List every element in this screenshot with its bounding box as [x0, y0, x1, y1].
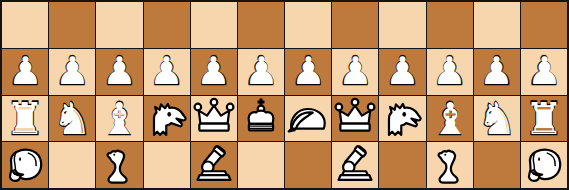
- square-g4[interactable]: [285, 2, 331, 48]
- white-pawn-icon: ♟♙: [148, 51, 185, 92]
- white-queen-icon: [333, 96, 377, 140]
- white-camel-icon: [428, 143, 472, 187]
- board: ♟♙♟♙♟♙♟♙♟♙♟♙♟♙♟♙♟♙♟♙♟♙♟♙♜♖♞♘♝♗♝♗♞♘♜♖: [0, 0, 569, 190]
- square-h3[interactable]: ♟♙: [332, 49, 378, 95]
- white-pawn-icon: ♟♙: [384, 51, 421, 92]
- white-king-icon: [239, 96, 283, 140]
- white-gryphon-icon: [145, 96, 189, 140]
- square-d4[interactable]: [144, 2, 190, 48]
- square-c2[interactable]: ♝♗: [96, 96, 142, 142]
- white-pawn-icon: ♟♙: [478, 51, 515, 92]
- square-b1[interactable]: [49, 142, 95, 188]
- white-pawn-icon: ♟♙: [431, 51, 468, 92]
- square-e2[interactable]: [191, 96, 237, 142]
- white-queen-icon: [192, 96, 236, 140]
- square-h4[interactable]: [332, 2, 378, 48]
- square-c1[interactable]: [96, 142, 142, 188]
- square-e3[interactable]: ♟♙: [191, 49, 237, 95]
- square-g1[interactable]: [285, 142, 331, 188]
- square-l3[interactable]: ♟♙: [521, 49, 567, 95]
- square-d3[interactable]: ♟♙: [144, 49, 190, 95]
- white-knight-icon: ♞♘: [476, 96, 518, 142]
- square-d1[interactable]: [144, 142, 190, 188]
- square-j4[interactable]: [427, 2, 473, 48]
- white-elephant-icon: [522, 143, 566, 187]
- square-k4[interactable]: [474, 2, 520, 48]
- white-rook-icon: ♜♖: [4, 96, 46, 142]
- square-l1[interactable]: [521, 142, 567, 188]
- square-b2[interactable]: ♞♘: [49, 96, 95, 142]
- square-k1[interactable]: [474, 142, 520, 188]
- square-i2[interactable]: [379, 96, 425, 142]
- square-g2[interactable]: [285, 96, 331, 142]
- square-b4[interactable]: [49, 2, 95, 48]
- square-j2[interactable]: ♝♗: [427, 96, 473, 142]
- square-b3[interactable]: ♟♙: [49, 49, 95, 95]
- white-pawn-icon: ♟♙: [101, 51, 138, 92]
- square-f3[interactable]: ♟♙: [238, 49, 284, 95]
- square-k3[interactable]: ♟♙: [474, 49, 520, 95]
- square-l4[interactable]: [521, 2, 567, 48]
- white-pawn-icon: ♟♙: [243, 51, 280, 92]
- square-f2[interactable]: [238, 96, 284, 142]
- square-c3[interactable]: ♟♙: [96, 49, 142, 95]
- square-f4[interactable]: [238, 2, 284, 48]
- square-h2[interactable]: [332, 96, 378, 142]
- square-k2[interactable]: ♞♘: [474, 96, 520, 142]
- square-g3[interactable]: ♟♙: [285, 49, 331, 95]
- white-rook-icon: ♜♖: [523, 96, 565, 142]
- square-d2[interactable]: [144, 96, 190, 142]
- square-e1[interactable]: [191, 142, 237, 188]
- square-a1[interactable]: [2, 142, 48, 188]
- square-f1[interactable]: [238, 142, 284, 188]
- square-l2[interactable]: ♜♖: [521, 96, 567, 142]
- white-pawn-icon: ♟♙: [290, 51, 327, 92]
- square-i1[interactable]: [379, 142, 425, 188]
- square-a3[interactable]: ♟♙: [2, 49, 48, 95]
- white-camel-icon: [97, 143, 141, 187]
- white-gryphon-icon: [380, 96, 424, 140]
- square-h1[interactable]: [332, 142, 378, 188]
- white-pawn-icon: ♟♙: [526, 51, 563, 92]
- square-a2[interactable]: ♜♖: [2, 96, 48, 142]
- white-pawn-icon: ♟♙: [337, 51, 374, 92]
- square-i4[interactable]: [379, 2, 425, 48]
- white-pawn-icon: ♟♙: [195, 51, 232, 92]
- white-pawn-icon: ♟♙: [7, 51, 44, 92]
- board-diagram: ♟♙♟♙♟♙♟♙♟♙♟♙♟♙♟♙♟♙♟♙♟♙♟♙♜♖♞♘♝♗♝♗♞♘♜♖: [0, 0, 569, 190]
- square-j3[interactable]: ♟♙: [427, 49, 473, 95]
- white-bishop-icon: ♝♗: [429, 96, 471, 142]
- white-cannon-icon: [192, 143, 236, 187]
- white-elephant-icon: [3, 143, 47, 187]
- square-c4[interactable]: [96, 2, 142, 48]
- white-pawn-icon: ♟♙: [54, 51, 91, 92]
- white-knight-icon: ♞♘: [51, 96, 93, 142]
- square-i3[interactable]: ♟♙: [379, 49, 425, 95]
- white-vizir-icon: [286, 96, 330, 140]
- white-cannon-icon: [333, 143, 377, 187]
- square-a4[interactable]: [2, 2, 48, 48]
- white-bishop-icon: ♝♗: [98, 96, 140, 142]
- square-e4[interactable]: [191, 2, 237, 48]
- square-j1[interactable]: [427, 142, 473, 188]
